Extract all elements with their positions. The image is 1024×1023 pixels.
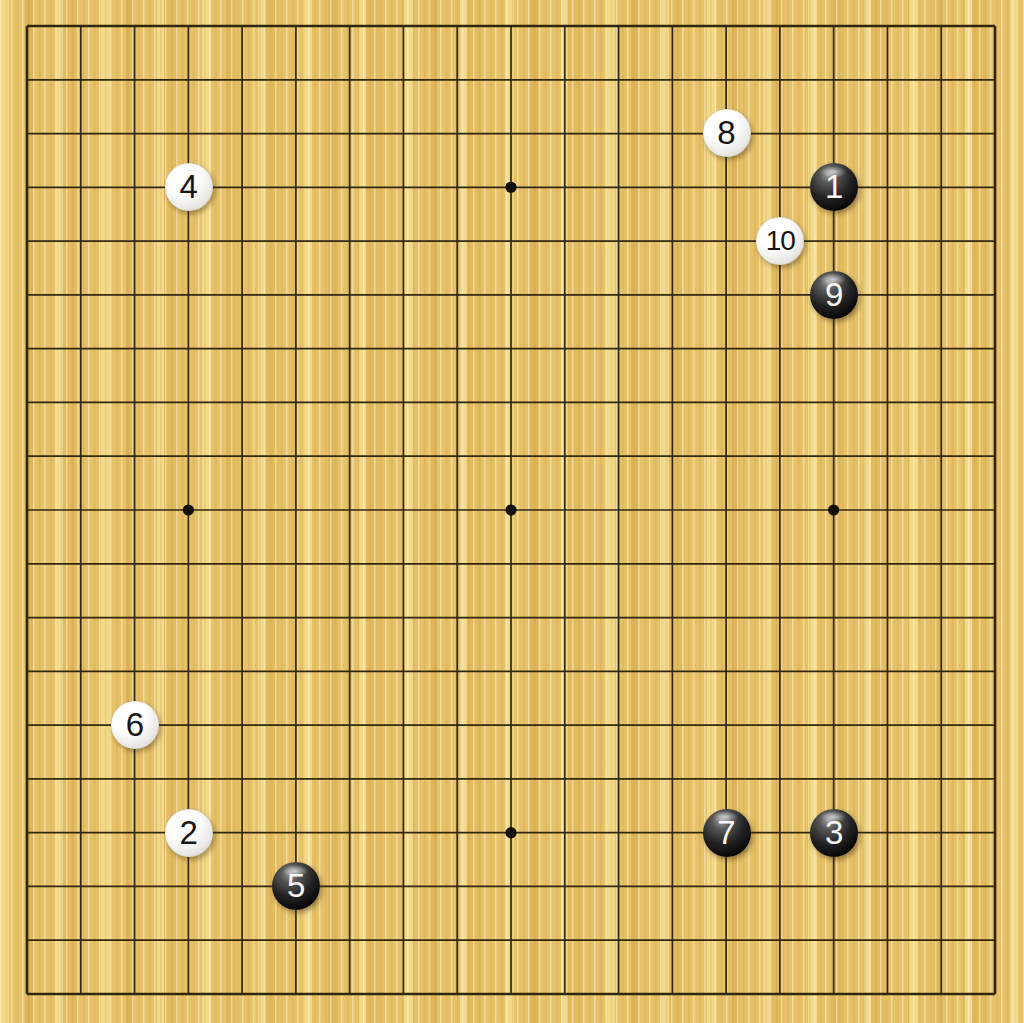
stone-move-number: 2 — [180, 809, 198, 857]
stone-white-D4[interactable]: 2 — [165, 809, 213, 857]
stone-white-D16[interactable]: 4 — [165, 163, 213, 211]
stone-move-number: 6 — [126, 701, 144, 749]
stone-black-Q16[interactable]: 1 — [810, 163, 858, 211]
stone-white-C6[interactable]: 6 — [111, 701, 159, 749]
stone-move-number: 3 — [825, 809, 843, 857]
stone-black-Q14[interactable]: 9 — [810, 271, 858, 319]
stone-move-number: 1 — [825, 163, 843, 211]
stone-move-number: 10 — [766, 217, 795, 265]
stone-white-P15[interactable]: 10 — [756, 217, 804, 265]
screenshot-root: 12345678910 — [0, 0, 1024, 1023]
go-board[interactable]: 12345678910 — [0, 0, 1024, 1023]
stone-move-number: 5 — [287, 862, 305, 910]
stone-move-number: 9 — [825, 271, 843, 319]
stone-black-Q4[interactable]: 3 — [810, 809, 858, 857]
stone-move-number: 7 — [717, 809, 735, 857]
stone-move-number: 8 — [717, 109, 735, 157]
stone-black-O4[interactable]: 7 — [703, 809, 751, 857]
stone-white-O17[interactable]: 8 — [703, 109, 751, 157]
stone-move-number: 4 — [180, 163, 198, 211]
stones-layer: 12345678910 — [1, 0, 1023, 1021]
stone-black-F3[interactable]: 5 — [272, 862, 320, 910]
